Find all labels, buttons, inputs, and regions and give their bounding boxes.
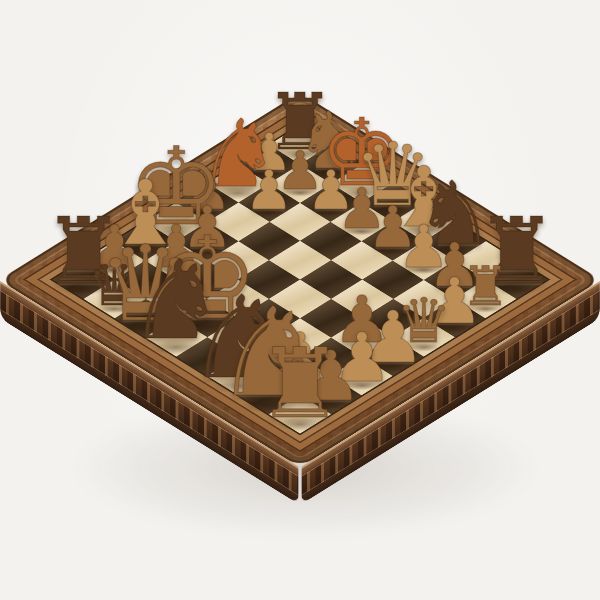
piece-P-b6: ♟ <box>245 163 294 218</box>
chess-illustration: ♜♞♚♛♝♞♜♜♟♟♟♟♟♟♟♞♟♟♟♛♚♟♟♟♝♟♟♟♟♚♟♟♜♛♛♞♞♞♜ <box>0 0 600 600</box>
piece-R-h1: ♜ <box>256 335 343 432</box>
pieces-layer: ♜♞♚♛♝♞♜♜♟♟♟♟♟♟♟♞♟♟♟♛♚♟♟♟♝♟♟♟♟♚♟♟♜♛♛♞♞♞♜ <box>0 0 600 600</box>
